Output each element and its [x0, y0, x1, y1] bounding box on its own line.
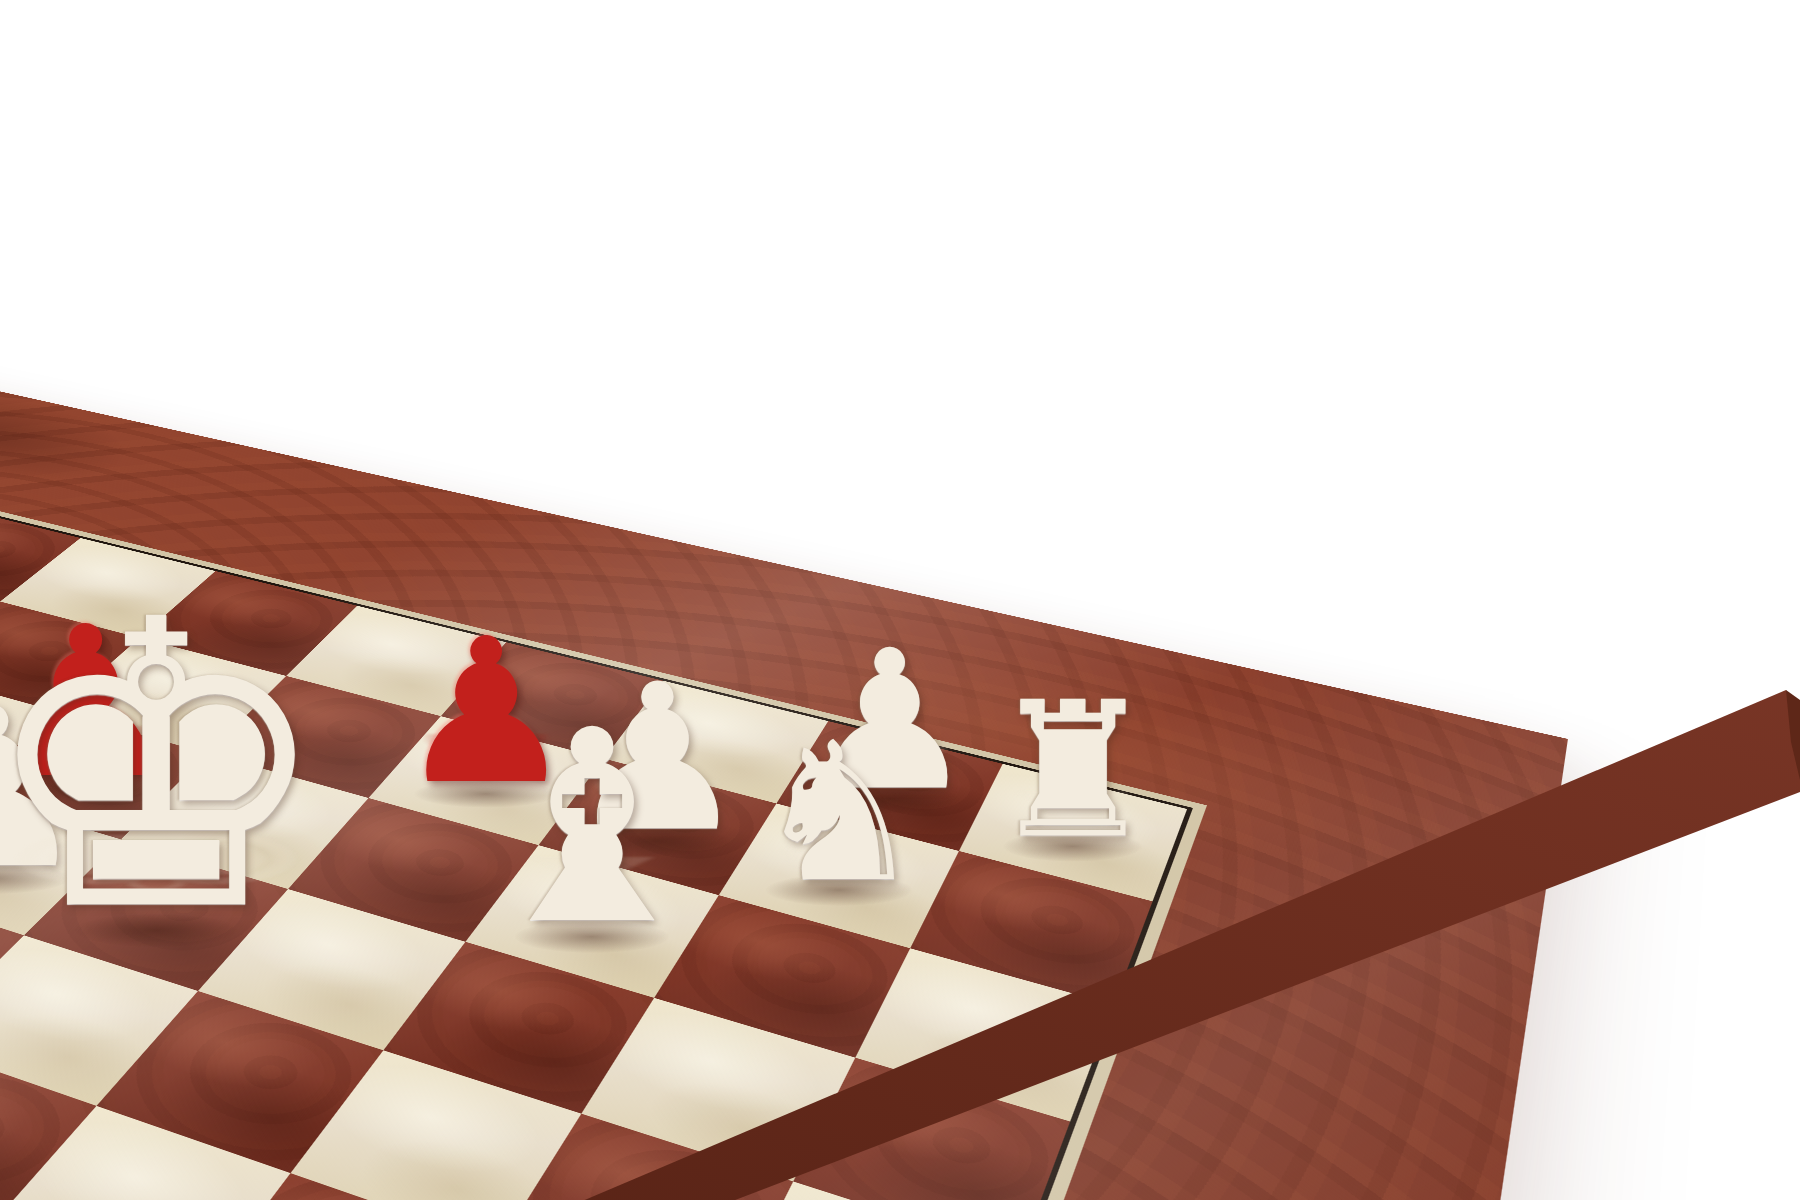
white-rook-h1[interactable]: ♜: [989, 677, 1157, 864]
white-bishop-f3[interactable]: ♝: [473, 695, 711, 961]
chessboard-photo-scene: ♟♟♟♟♟♟♚♚♟♟♝♝♟♟♞♞♜♜: [0, 0, 1800, 1200]
white-king-d4[interactable]: ♚: [0, 569, 334, 965]
white-knight-g2[interactable]: ♞: [753, 717, 925, 909]
